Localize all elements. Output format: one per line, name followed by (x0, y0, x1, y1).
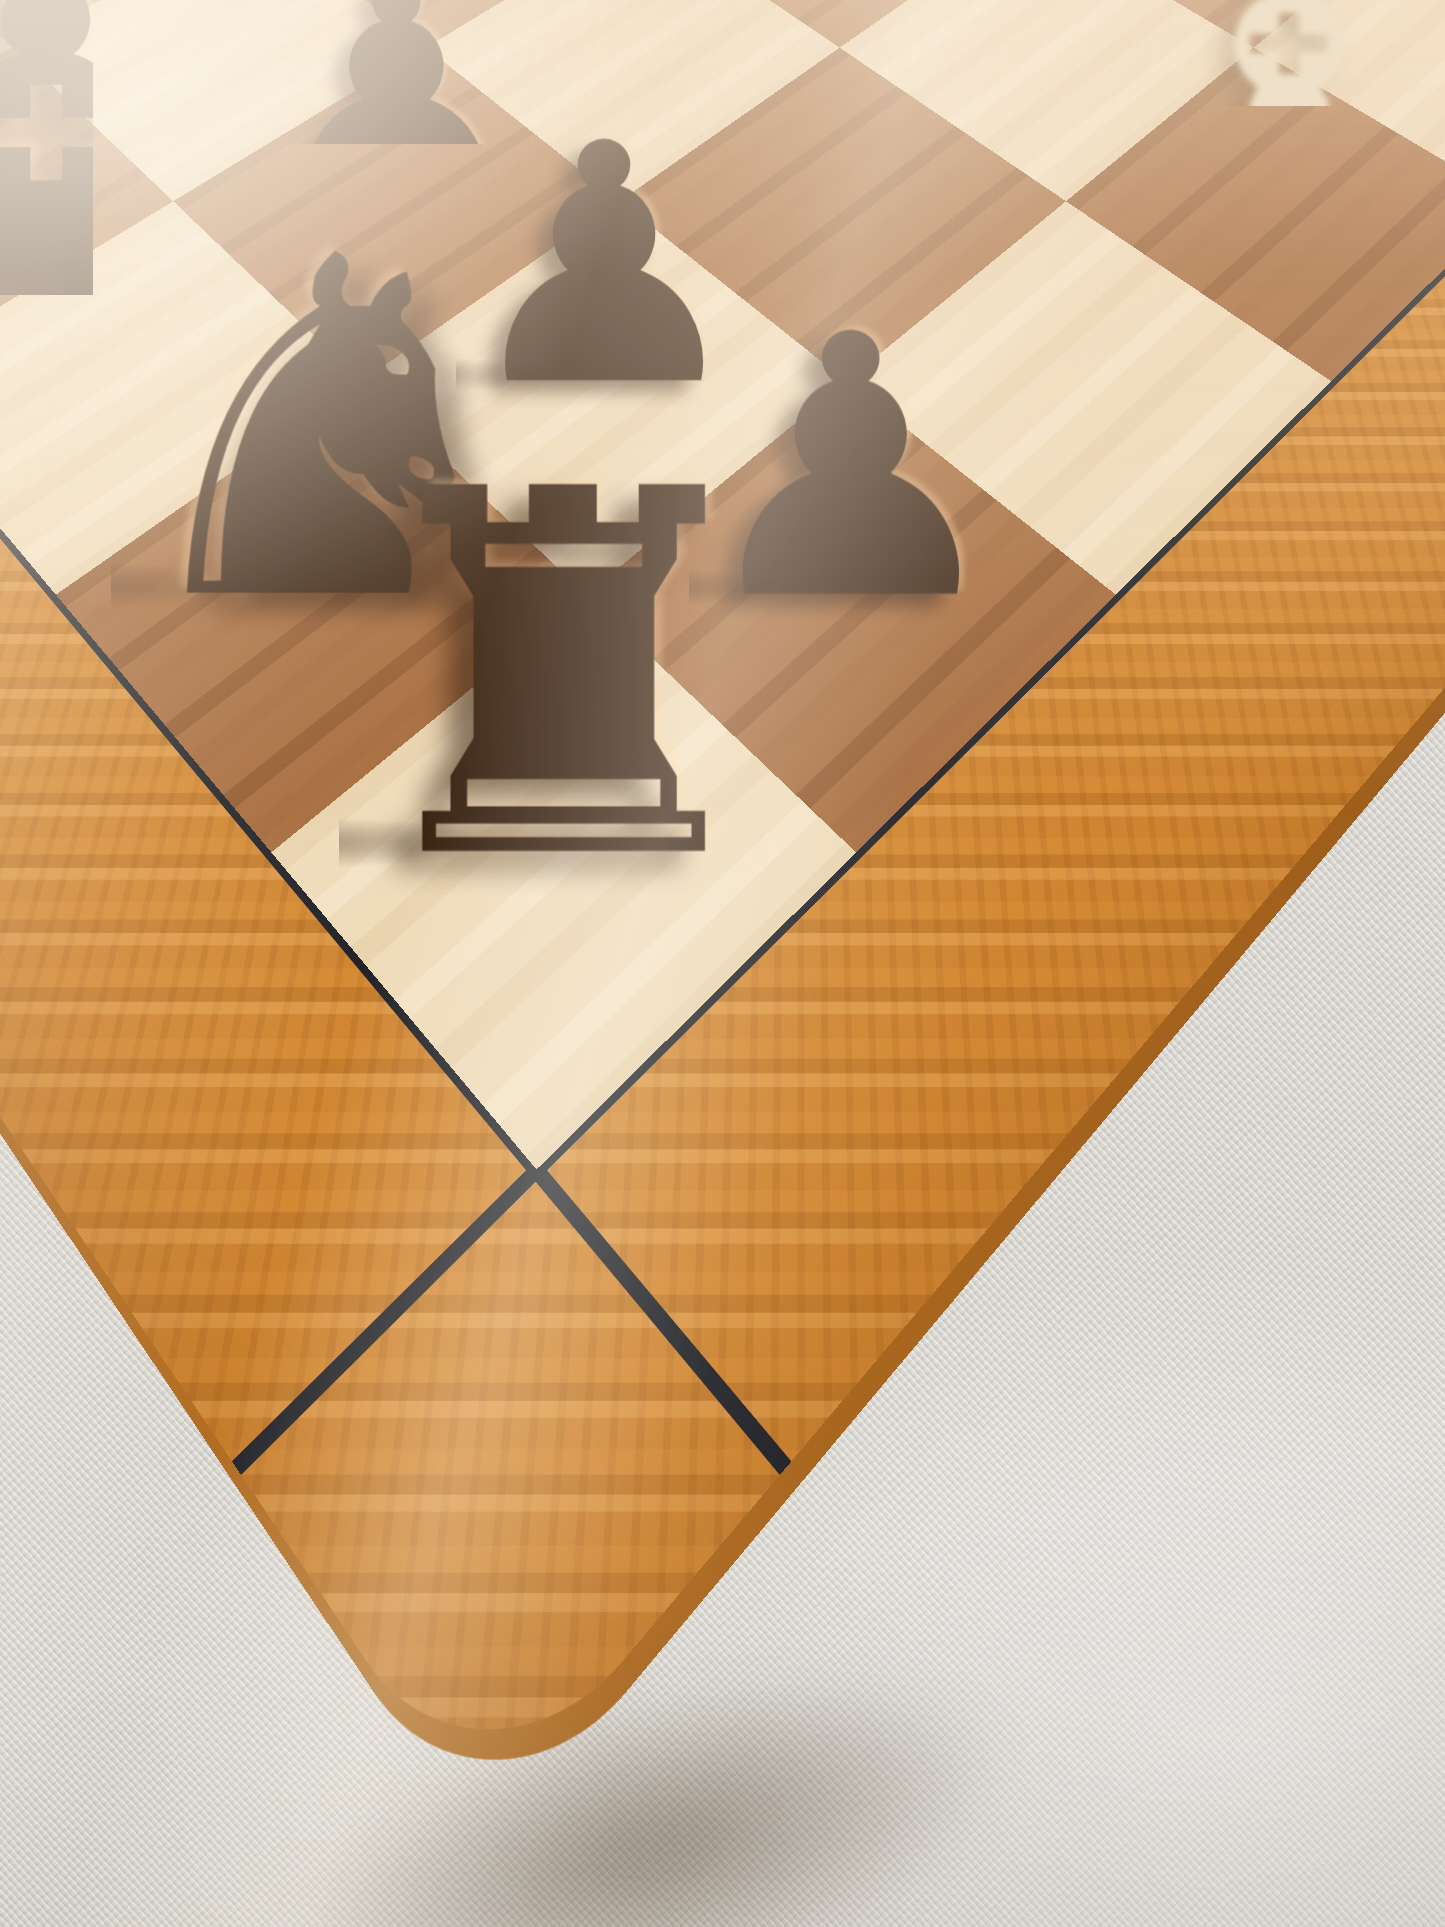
square-a1: ♜ (271, 595, 856, 1170)
perspective-scene: ♟♟♝♟♞♟♟♜♟♝♟ (0, 0, 1445, 1927)
black-rook-icon: ♜ (339, 426, 789, 928)
chessboard-corner-photo: ♟♟♝♟♞♟♟♜♟♝♟ (0, 0, 1445, 1927)
playing-area-grid: ♟♟♝♟♞♟♟♜♟♝♟ (0, 0, 1445, 1169)
white-bishop-icon: ♝ (1133, 0, 1445, 254)
